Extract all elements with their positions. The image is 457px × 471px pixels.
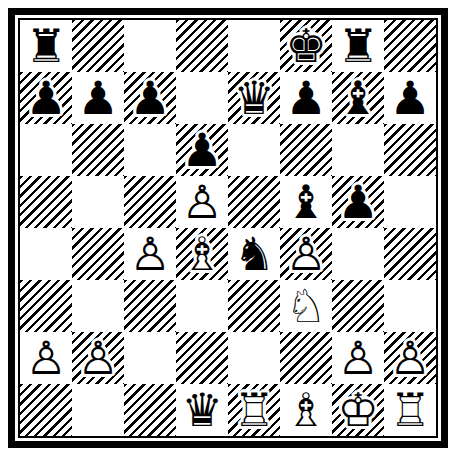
square-c6[interactable] bbox=[124, 124, 176, 176]
white-bishop: ♝♗ bbox=[176, 228, 228, 280]
black-queen: ♛ bbox=[176, 384, 228, 436]
square-f4[interactable]: ♟♙ bbox=[280, 228, 332, 280]
black-pawn-icon: ♟ bbox=[129, 72, 170, 124]
square-g3[interactable] bbox=[332, 280, 384, 332]
square-e7[interactable]: ♛ bbox=[228, 72, 280, 124]
white-rook: ♜♖ bbox=[228, 384, 280, 436]
white-knight-icon: ♘ bbox=[285, 280, 326, 332]
black-bishop-icon: ♝ bbox=[337, 72, 378, 124]
black-rook-icon: ♜ bbox=[337, 20, 378, 72]
square-c5[interactable] bbox=[124, 176, 176, 228]
white-rook-icon: ♖ bbox=[389, 384, 430, 436]
square-g6[interactable] bbox=[332, 124, 384, 176]
black-knight-icon: ♞ bbox=[233, 228, 274, 280]
white-rook: ♜♖ bbox=[384, 384, 436, 436]
square-a7[interactable]: ♟ bbox=[20, 72, 72, 124]
white-pawn: ♟♙ bbox=[72, 332, 124, 384]
square-h7[interactable]: ♟ bbox=[384, 72, 436, 124]
white-pawn: ♟♙ bbox=[332, 332, 384, 384]
square-d8[interactable] bbox=[176, 20, 228, 72]
black-pawn-icon: ♟ bbox=[389, 72, 430, 124]
square-b3[interactable] bbox=[72, 280, 124, 332]
square-b5[interactable] bbox=[72, 176, 124, 228]
square-d6[interactable]: ♟ bbox=[176, 124, 228, 176]
square-e2[interactable] bbox=[228, 332, 280, 384]
black-pawn: ♟ bbox=[176, 124, 228, 176]
square-c2[interactable] bbox=[124, 332, 176, 384]
white-knight: ♞♘ bbox=[280, 280, 332, 332]
white-pawn-icon: ♙ bbox=[181, 176, 222, 228]
white-pawn-icon: ♙ bbox=[337, 332, 378, 384]
square-b2[interactable]: ♟♙ bbox=[72, 332, 124, 384]
black-pawn: ♟ bbox=[280, 72, 332, 124]
white-pawn-icon: ♙ bbox=[389, 332, 430, 384]
white-pawn: ♟♙ bbox=[176, 176, 228, 228]
square-f7[interactable]: ♟ bbox=[280, 72, 332, 124]
white-pawn-icon: ♙ bbox=[129, 228, 170, 280]
black-bishop-icon: ♝ bbox=[285, 176, 326, 228]
black-pawn: ♟ bbox=[72, 72, 124, 124]
black-pawn-icon: ♟ bbox=[77, 72, 118, 124]
square-e4[interactable]: ♞ bbox=[228, 228, 280, 280]
black-bishop: ♝ bbox=[280, 176, 332, 228]
square-a3[interactable] bbox=[20, 280, 72, 332]
square-a2[interactable]: ♟♙ bbox=[20, 332, 72, 384]
white-rook-icon: ♖ bbox=[233, 384, 274, 436]
square-f2[interactable] bbox=[280, 332, 332, 384]
chess-diagram: ♜♚♜♟♟♟♛♟♝♟♟♟♙♝♟♟♙♝♗♞♟♙♞♘♟♙♟♙♟♙♟♙♛♜♖♝♗♚♔♜… bbox=[8, 8, 448, 448]
square-g1[interactable]: ♚♔ bbox=[332, 384, 384, 436]
black-pawn-icon: ♟ bbox=[285, 72, 326, 124]
black-king-icon: ♚ bbox=[285, 20, 326, 72]
white-pawn-icon: ♙ bbox=[77, 332, 118, 384]
square-f8[interactable]: ♚ bbox=[280, 20, 332, 72]
square-f6[interactable] bbox=[280, 124, 332, 176]
square-f3[interactable]: ♞♘ bbox=[280, 280, 332, 332]
black-knight: ♞ bbox=[228, 228, 280, 280]
black-pawn: ♟ bbox=[20, 72, 72, 124]
square-b7[interactable]: ♟ bbox=[72, 72, 124, 124]
square-h1[interactable]: ♜♖ bbox=[384, 384, 436, 436]
square-b4[interactable] bbox=[72, 228, 124, 280]
square-e1[interactable]: ♜♖ bbox=[228, 384, 280, 436]
square-d7[interactable] bbox=[176, 72, 228, 124]
black-rook: ♜ bbox=[20, 20, 72, 72]
square-a5[interactable] bbox=[20, 176, 72, 228]
white-pawn: ♟♙ bbox=[280, 228, 332, 280]
square-b8[interactable] bbox=[72, 20, 124, 72]
square-c1[interactable] bbox=[124, 384, 176, 436]
square-a1[interactable] bbox=[20, 384, 72, 436]
white-pawn: ♟♙ bbox=[20, 332, 72, 384]
white-king-icon: ♔ bbox=[337, 384, 378, 436]
square-a6[interactable] bbox=[20, 124, 72, 176]
square-c8[interactable] bbox=[124, 20, 176, 72]
square-e8[interactable] bbox=[228, 20, 280, 72]
square-a8[interactable]: ♜ bbox=[20, 20, 72, 72]
square-a4[interactable] bbox=[20, 228, 72, 280]
chess-board: ♜♚♜♟♟♟♛♟♝♟♟♟♙♝♟♟♙♝♗♞♟♙♞♘♟♙♟♙♟♙♟♙♛♜♖♝♗♚♔♜… bbox=[20, 20, 436, 436]
black-pawn: ♟ bbox=[384, 72, 436, 124]
white-pawn: ♟♙ bbox=[384, 332, 436, 384]
square-h8[interactable] bbox=[384, 20, 436, 72]
square-g7[interactable]: ♝ bbox=[332, 72, 384, 124]
square-g2[interactable]: ♟♙ bbox=[332, 332, 384, 384]
square-e5[interactable] bbox=[228, 176, 280, 228]
square-g8[interactable]: ♜ bbox=[332, 20, 384, 72]
black-pawn-icon: ♟ bbox=[337, 176, 378, 228]
square-d4[interactable]: ♝♗ bbox=[176, 228, 228, 280]
black-pawn: ♟ bbox=[124, 72, 176, 124]
square-b6[interactable] bbox=[72, 124, 124, 176]
board-inner-frame: ♜♚♜♟♟♟♛♟♝♟♟♟♙♝♟♟♙♝♗♞♟♙♞♘♟♙♟♙♟♙♟♙♛♜♖♝♗♚♔♜… bbox=[18, 18, 438, 438]
square-d2[interactable] bbox=[176, 332, 228, 384]
square-h4[interactable] bbox=[384, 228, 436, 280]
square-c7[interactable]: ♟ bbox=[124, 72, 176, 124]
square-c3[interactable] bbox=[124, 280, 176, 332]
black-bishop: ♝ bbox=[332, 72, 384, 124]
square-f1[interactable]: ♝♗ bbox=[280, 384, 332, 436]
square-d1[interactable]: ♛ bbox=[176, 384, 228, 436]
square-c4[interactable]: ♟♙ bbox=[124, 228, 176, 280]
white-pawn-icon: ♙ bbox=[285, 228, 326, 280]
black-queen: ♛ bbox=[228, 72, 280, 124]
white-pawn: ♟♙ bbox=[124, 228, 176, 280]
square-e3[interactable] bbox=[228, 280, 280, 332]
black-rook-icon: ♜ bbox=[25, 20, 66, 72]
square-h5[interactable] bbox=[384, 176, 436, 228]
black-pawn-icon: ♟ bbox=[25, 72, 66, 124]
square-g4[interactable] bbox=[332, 228, 384, 280]
square-h6[interactable] bbox=[384, 124, 436, 176]
black-queen-icon: ♛ bbox=[181, 384, 222, 436]
black-rook: ♜ bbox=[332, 20, 384, 72]
white-king: ♚♔ bbox=[332, 384, 384, 436]
white-pawn-icon: ♙ bbox=[25, 332, 66, 384]
black-queen-icon: ♛ bbox=[233, 72, 274, 124]
black-pawn-icon: ♟ bbox=[181, 124, 222, 176]
black-pawn: ♟ bbox=[332, 176, 384, 228]
white-bishop-icon: ♗ bbox=[181, 228, 222, 280]
square-h3[interactable] bbox=[384, 280, 436, 332]
square-f5[interactable]: ♝ bbox=[280, 176, 332, 228]
square-b1[interactable] bbox=[72, 384, 124, 436]
black-king: ♚ bbox=[280, 20, 332, 72]
square-d3[interactable] bbox=[176, 280, 228, 332]
white-bishop: ♝♗ bbox=[280, 384, 332, 436]
square-e6[interactable] bbox=[228, 124, 280, 176]
square-h2[interactable]: ♟♙ bbox=[384, 332, 436, 384]
square-g5[interactable]: ♟ bbox=[332, 176, 384, 228]
white-bishop-icon: ♗ bbox=[285, 384, 326, 436]
square-d5[interactable]: ♟♙ bbox=[176, 176, 228, 228]
